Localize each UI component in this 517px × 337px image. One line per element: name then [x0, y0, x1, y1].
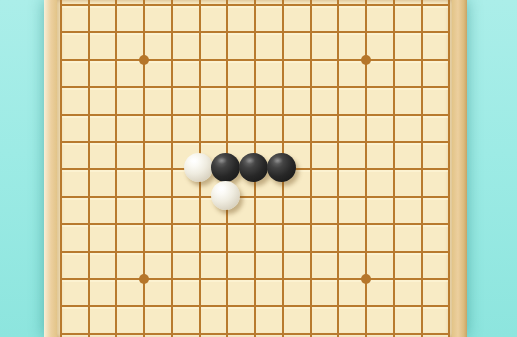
board-intersection[interactable]	[325, 46, 353, 73]
board-intersection[interactable]	[408, 46, 436, 73]
board-intersection[interactable]	[214, 211, 242, 238]
board-intersection[interactable]	[325, 19, 353, 46]
board-intersection[interactable]	[47, 183, 75, 210]
board-intersection[interactable]	[75, 74, 103, 101]
board-intersection[interactable]	[352, 320, 380, 337]
board-intersection[interactable]	[436, 74, 464, 101]
board-intersection[interactable]	[241, 211, 269, 238]
board-intersection[interactable]	[352, 128, 380, 155]
board-intersection[interactable]	[75, 211, 103, 238]
board-intersection[interactable]	[103, 74, 131, 101]
board-intersection[interactable]	[408, 320, 436, 337]
board-intersection[interactable]	[408, 74, 436, 101]
board-intersection[interactable]	[269, 156, 297, 183]
board-intersection[interactable]	[103, 238, 131, 265]
board-intersection[interactable]	[436, 128, 464, 155]
board-intersection[interactable]	[186, 293, 214, 320]
board-intersection[interactable]	[214, 156, 242, 183]
board-intersection[interactable]	[130, 265, 158, 292]
board-intersection[interactable]	[380, 0, 408, 19]
board-intersection[interactable]	[380, 46, 408, 73]
board-intersection[interactable]	[408, 101, 436, 128]
board-intersection[interactable]	[352, 156, 380, 183]
board-intersection[interactable]	[297, 265, 325, 292]
board-intersection[interactable]	[269, 101, 297, 128]
board-intersection[interactable]	[325, 74, 353, 101]
board-intersection[interactable]	[186, 19, 214, 46]
board-intersection[interactable]	[130, 0, 158, 19]
board-intersection[interactable]	[325, 211, 353, 238]
board-intersection[interactable]	[297, 128, 325, 155]
board-intersection[interactable]	[269, 128, 297, 155]
board-intersection[interactable]	[47, 320, 75, 337]
board-intersection[interactable]	[186, 265, 214, 292]
board-intersection[interactable]	[325, 183, 353, 210]
board-intersection[interactable]	[380, 156, 408, 183]
board-intersection[interactable]	[214, 128, 242, 155]
board-intersection[interactable]	[436, 19, 464, 46]
board-intersection[interactable]	[241, 320, 269, 337]
star-point	[361, 274, 371, 284]
board-intersection[interactable]	[158, 19, 186, 46]
board-intersection[interactable]	[325, 293, 353, 320]
board-intersection[interactable]	[75, 293, 103, 320]
board-intersection[interactable]	[158, 183, 186, 210]
board-intersection[interactable]	[297, 19, 325, 46]
board-intersection[interactable]	[408, 0, 436, 19]
board-intersection[interactable]	[408, 238, 436, 265]
board-intersection[interactable]	[408, 183, 436, 210]
board-intersection[interactable]	[297, 293, 325, 320]
board-intersection[interactable]	[408, 211, 436, 238]
board-intersection[interactable]	[352, 265, 380, 292]
board-intersection[interactable]	[269, 293, 297, 320]
board-intersection[interactable]	[352, 238, 380, 265]
board-intersection[interactable]	[130, 320, 158, 337]
board-intersection[interactable]	[297, 74, 325, 101]
board-intersection[interactable]	[297, 320, 325, 337]
board-intersection[interactable]	[325, 0, 353, 19]
board-intersection[interactable]	[47, 211, 75, 238]
board-intersection[interactable]	[352, 19, 380, 46]
board-intersection[interactable]	[325, 238, 353, 265]
board-intersection[interactable]	[47, 238, 75, 265]
board-intersection[interactable]	[436, 320, 464, 337]
board-intersection[interactable]	[47, 19, 75, 46]
board-intersection[interactable]	[269, 183, 297, 210]
board-intersection[interactable]	[214, 238, 242, 265]
board-intersection[interactable]	[297, 156, 325, 183]
board-intersection[interactable]	[436, 238, 464, 265]
board-intersection[interactable]	[325, 265, 353, 292]
board-intersection[interactable]	[47, 46, 75, 73]
board-intersection[interactable]	[47, 128, 75, 155]
board-intersection[interactable]	[47, 156, 75, 183]
board-intersection[interactable]	[352, 293, 380, 320]
black-stone	[211, 153, 240, 182]
board-intersection[interactable]	[436, 293, 464, 320]
board-intersection[interactable]	[103, 293, 131, 320]
board-intersection[interactable]	[436, 156, 464, 183]
board-intersection[interactable]	[214, 183, 242, 210]
board-intersection[interactable]	[214, 293, 242, 320]
board-intersection[interactable]	[103, 19, 131, 46]
board-intersection[interactable]	[75, 238, 103, 265]
board-intersection[interactable]	[380, 293, 408, 320]
board-intersection[interactable]	[158, 0, 186, 19]
board-intersection[interactable]	[130, 183, 158, 210]
board-intersection[interactable]	[47, 74, 75, 101]
board-intersection[interactable]	[297, 238, 325, 265]
board-intersection[interactable]	[158, 128, 186, 155]
board-intersection[interactable]	[186, 238, 214, 265]
board-intersection[interactable]	[158, 293, 186, 320]
board-intersection[interactable]	[214, 265, 242, 292]
board-intersection[interactable]	[130, 293, 158, 320]
board-intersection[interactable]	[186, 0, 214, 19]
board-intersection[interactable]	[75, 183, 103, 210]
board-intersection[interactable]	[186, 211, 214, 238]
board-intersection[interactable]	[103, 320, 131, 337]
board-intersection[interactable]	[130, 19, 158, 46]
board-intersection[interactable]	[352, 0, 380, 19]
board-intersection[interactable]	[214, 101, 242, 128]
board-intersection[interactable]	[75, 320, 103, 337]
board-intersection[interactable]	[130, 156, 158, 183]
star-point	[139, 55, 149, 65]
board-intersection[interactable]	[158, 320, 186, 337]
board-intersection[interactable]	[214, 74, 242, 101]
board-intersection[interactable]	[325, 101, 353, 128]
board-intersection[interactable]	[269, 0, 297, 19]
board-intersection[interactable]	[297, 183, 325, 210]
board-intersection[interactable]	[75, 46, 103, 73]
board-intersection[interactable]	[241, 0, 269, 19]
board-intersection[interactable]	[186, 183, 214, 210]
board-intersection[interactable]	[241, 265, 269, 292]
board-intersection[interactable]	[380, 211, 408, 238]
board-intersection[interactable]	[297, 211, 325, 238]
board-intersection[interactable]	[214, 46, 242, 73]
board-intersection[interactable]	[103, 101, 131, 128]
board-intersection[interactable]	[241, 156, 269, 183]
board-intersection[interactable]	[297, 101, 325, 128]
board-intersection[interactable]	[436, 183, 464, 210]
board-intersection[interactable]	[269, 265, 297, 292]
board-intersection[interactable]	[352, 74, 380, 101]
board-intersection[interactable]	[325, 320, 353, 337]
board-intersection[interactable]	[408, 156, 436, 183]
board-intersection[interactable]	[380, 183, 408, 210]
board-intersection[interactable]	[186, 320, 214, 337]
board-intersection[interactable]	[269, 19, 297, 46]
board-intersection[interactable]	[47, 293, 75, 320]
board-intersection[interactable]	[325, 128, 353, 155]
board-intersection[interactable]	[436, 211, 464, 238]
board-intersection[interactable]	[436, 101, 464, 128]
board-intersection[interactable]	[214, 0, 242, 19]
board-intersection[interactable]	[241, 293, 269, 320]
board-intersection[interactable]	[241, 183, 269, 210]
board-intersection[interactable]	[47, 0, 75, 19]
board-intersection[interactable]	[103, 128, 131, 155]
board-intersection[interactable]	[103, 211, 131, 238]
board-intersection[interactable]	[47, 101, 75, 128]
board-intersection[interactable]	[297, 46, 325, 73]
board-intersection[interactable]	[186, 156, 214, 183]
board-intersection[interactable]	[186, 46, 214, 73]
board-intersection[interactable]	[75, 0, 103, 19]
board-intersection[interactable]	[380, 101, 408, 128]
gomoku-board	[47, 0, 463, 337]
board-intersection[interactable]	[130, 238, 158, 265]
game-screen	[0, 0, 517, 337]
board-intersection[interactable]	[380, 74, 408, 101]
board-intersection[interactable]	[352, 183, 380, 210]
board-intersection[interactable]	[130, 101, 158, 128]
board-intersection[interactable]	[269, 238, 297, 265]
board-intersection[interactable]	[408, 19, 436, 46]
black-stone	[239, 153, 268, 182]
board-intersection[interactable]	[408, 293, 436, 320]
board-intersection[interactable]	[158, 46, 186, 73]
board-intersection[interactable]	[158, 211, 186, 238]
board-intersection[interactable]	[380, 128, 408, 155]
board-intersection[interactable]	[380, 320, 408, 337]
board-intersection[interactable]	[352, 46, 380, 73]
board-intersection[interactable]	[186, 74, 214, 101]
board-intersection[interactable]	[352, 211, 380, 238]
board-intersection[interactable]	[75, 19, 103, 46]
board-intersection[interactable]	[269, 74, 297, 101]
board-intersection[interactable]	[103, 183, 131, 210]
board-intersection[interactable]	[436, 46, 464, 73]
black-stone	[267, 153, 296, 182]
board-intersection[interactable]	[75, 101, 103, 128]
board-intersection[interactable]	[130, 211, 158, 238]
board-intersection[interactable]	[241, 74, 269, 101]
board-intersection[interactable]	[436, 0, 464, 19]
board-intersection[interactable]	[269, 46, 297, 73]
board-intersection[interactable]	[158, 101, 186, 128]
white-stone	[184, 153, 213, 182]
board-intersection[interactable]	[103, 0, 131, 19]
board-intersection[interactable]	[241, 19, 269, 46]
board-intersection[interactable]	[103, 265, 131, 292]
board-intersection[interactable]	[75, 265, 103, 292]
board-intersection[interactable]	[380, 238, 408, 265]
board-intersection[interactable]	[241, 101, 269, 128]
board-intersection[interactable]	[269, 320, 297, 337]
board-intersection[interactable]	[103, 46, 131, 73]
board-intersection[interactable]	[75, 128, 103, 155]
board-intersection[interactable]	[380, 19, 408, 46]
board-intersection[interactable]	[325, 156, 353, 183]
board-intersection[interactable]	[214, 320, 242, 337]
board-intersection[interactable]	[241, 238, 269, 265]
board-intersection[interactable]	[75, 156, 103, 183]
board-intersection[interactable]	[130, 128, 158, 155]
star-point	[361, 55, 371, 65]
board-intersection[interactable]	[352, 101, 380, 128]
board-intersection[interactable]	[186, 128, 214, 155]
board-intersection[interactable]	[380, 265, 408, 292]
board-intersection[interactable]	[158, 74, 186, 101]
board-intersection[interactable]	[241, 128, 269, 155]
board-intersection[interactable]	[269, 211, 297, 238]
star-point	[139, 274, 149, 284]
board-intersection[interactable]	[158, 238, 186, 265]
gomoku-board-frame	[44, 0, 467, 337]
board-intersection[interactable]	[158, 265, 186, 292]
board-intersection[interactable]	[130, 46, 158, 73]
board-intersection[interactable]	[103, 156, 131, 183]
board-intersection[interactable]	[130, 74, 158, 101]
board-intersection[interactable]	[186, 101, 214, 128]
board-intersection[interactable]	[47, 265, 75, 292]
board-intersection[interactable]	[158, 156, 186, 183]
white-stone	[211, 181, 240, 210]
board-intersection[interactable]	[214, 19, 242, 46]
board-intersection[interactable]	[436, 265, 464, 292]
board-intersection[interactable]	[241, 46, 269, 73]
board-intersection[interactable]	[408, 128, 436, 155]
board-intersection[interactable]	[297, 0, 325, 19]
board-intersection[interactable]	[408, 265, 436, 292]
